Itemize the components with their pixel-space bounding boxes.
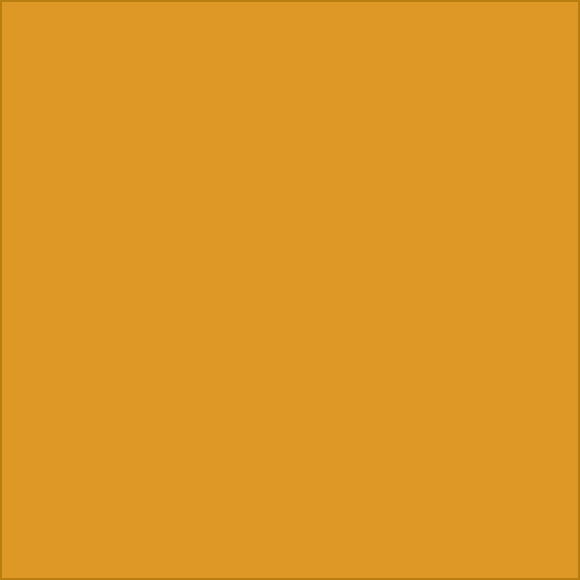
goban[interactable] bbox=[2, 2, 578, 578]
go-board-screenshot bbox=[0, 0, 580, 580]
